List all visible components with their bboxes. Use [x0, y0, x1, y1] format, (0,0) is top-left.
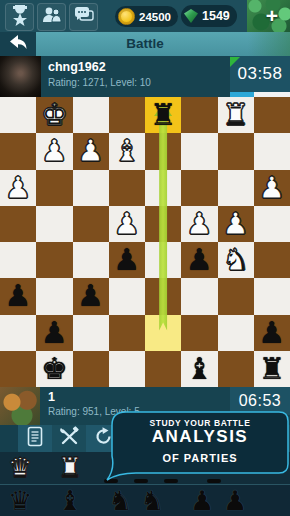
friends-button[interactable] — [37, 3, 66, 31]
square-a3[interactable]: ♟ — [0, 278, 36, 314]
square-e8[interactable]: ♜ — [145, 97, 181, 133]
gem-icon — [184, 9, 198, 23]
square-b7[interactable]: ♟ — [36, 133, 72, 169]
square-h8[interactable] — [254, 97, 290, 133]
back-icon — [8, 34, 28, 54]
square-c4[interactable] — [73, 242, 109, 278]
square-b2[interactable]: ♟ — [36, 315, 72, 351]
square-g5[interactable]: ♟ — [218, 206, 254, 242]
gems-pill[interactable]: 1549 — [181, 5, 237, 27]
piece-black-pawn: ♟ — [41, 315, 68, 351]
coins-pill[interactable]: 24500 — [115, 6, 178, 27]
captured-black-pawn: ♟ — [190, 485, 214, 516]
tools-icon — [59, 426, 80, 451]
square-c6[interactable] — [73, 170, 109, 206]
square-a4[interactable] — [0, 242, 36, 278]
square-b6[interactable] — [36, 170, 72, 206]
add-currency-button[interactable]: + — [258, 3, 286, 29]
square-d8[interactable] — [109, 97, 145, 133]
square-h2[interactable]: ♟ — [254, 315, 290, 351]
square-f5[interactable]: ♟ — [181, 206, 217, 242]
square-b8[interactable]: ♚ — [36, 97, 72, 133]
square-a7[interactable] — [0, 133, 36, 169]
captured-black-queen: ♛ — [8, 485, 32, 516]
piece-black-pawn: ♟ — [77, 278, 104, 314]
square-f6[interactable] — [181, 170, 217, 206]
square-h3[interactable] — [254, 278, 290, 314]
chat-icon — [73, 5, 95, 29]
opponent-avatar[interactable] — [0, 56, 41, 97]
square-d2[interactable] — [109, 315, 145, 351]
square-h7[interactable] — [254, 133, 290, 169]
coin-icon — [118, 8, 135, 25]
square-c5[interactable] — [73, 206, 109, 242]
moves-list-button[interactable] — [18, 425, 52, 452]
square-a6[interactable]: ♟ — [0, 170, 36, 206]
captured-white-queen: ♛ — [8, 452, 32, 484]
piece-white-pawn: ♟ — [41, 133, 68, 169]
square-b5[interactable] — [36, 206, 72, 242]
piece-white-pawn: ♟ — [258, 170, 285, 206]
page-title: Battle — [36, 32, 254, 56]
turn-indicator — [230, 57, 240, 67]
square-d1[interactable] — [109, 351, 145, 387]
captured-black-row: ♛♝♞♞♟♟ — [0, 484, 290, 516]
square-f7[interactable] — [181, 133, 217, 169]
piece-black-pawn: ♟ — [258, 315, 285, 351]
toolbar-edge — [0, 425, 18, 452]
square-e1[interactable] — [145, 351, 181, 387]
gems-amount: 1549 — [202, 9, 230, 23]
player-name: 1 — [48, 390, 55, 404]
piece-white-king: ♚ — [41, 97, 68, 133]
square-g8[interactable]: ♜ — [218, 97, 254, 133]
board: ♚♜♜♟♟♝♟♟♟♟♟♟♟♞♟♟♟♟♚♝♜ — [0, 97, 290, 387]
square-b3[interactable] — [36, 278, 72, 314]
square-d4[interactable]: ♟ — [109, 242, 145, 278]
square-a1[interactable] — [0, 351, 36, 387]
popup-line3: OF PARTIES — [114, 452, 286, 464]
piece-white-pawn: ♟ — [222, 206, 249, 242]
captured-white-rook: ♜ — [58, 452, 82, 484]
piece-white-knight: ♞ — [222, 242, 249, 278]
piece-white-pawn: ♟ — [186, 206, 213, 242]
captured-black-knight: ♞ — [108, 485, 132, 516]
square-d6[interactable] — [109, 170, 145, 206]
player-avatar[interactable] — [0, 387, 40, 425]
square-h4[interactable] — [254, 242, 290, 278]
coins-amount: 24500 — [139, 11, 171, 23]
header-tint — [248, 32, 290, 56]
chess-app: 24500 1549 + Battle chng1962 Rating: 127… — [0, 0, 290, 516]
opponent-details: Rating: 1271, Level: 10 — [48, 77, 151, 88]
opponent-name: chng1962 — [48, 60, 106, 74]
piece-black-rook: ♜ — [150, 97, 177, 133]
piece-black-rook: ♜ — [258, 351, 285, 387]
square-d3[interactable] — [109, 278, 145, 314]
promo-popup[interactable]: STUDY YOUR BATTLE ANALYSIS OF PARTIES — [106, 411, 290, 481]
square-a5[interactable] — [0, 206, 36, 242]
square-c8[interactable] — [73, 97, 109, 133]
square-c7[interactable]: ♟ — [73, 133, 109, 169]
popup-line2: ANALYSIS — [114, 427, 286, 447]
square-g1[interactable] — [218, 351, 254, 387]
achievements-button[interactable] — [5, 3, 34, 31]
square-h5[interactable] — [254, 206, 290, 242]
piece-black-bishop: ♝ — [186, 351, 213, 387]
square-a2[interactable] — [0, 315, 36, 351]
square-b4[interactable] — [36, 242, 72, 278]
square-f4[interactable]: ♟ — [181, 242, 217, 278]
square-d7[interactable]: ♝ — [109, 133, 145, 169]
square-g6[interactable] — [218, 170, 254, 206]
square-f1[interactable]: ♝ — [181, 351, 217, 387]
square-b1[interactable]: ♚ — [36, 351, 72, 387]
captured-black-knight: ♞ — [140, 485, 164, 516]
friends-icon — [41, 5, 63, 29]
piece-black-pawn: ♟ — [113, 242, 140, 278]
square-f2[interactable] — [181, 315, 217, 351]
piece-black-pawn: ♟ — [5, 278, 32, 314]
square-h6[interactable]: ♟ — [254, 170, 290, 206]
square-c3[interactable]: ♟ — [73, 278, 109, 314]
top-bar: 24500 1549 + — [0, 0, 290, 32]
medal-icon — [10, 4, 30, 30]
piece-black-pawn: ♟ — [186, 242, 213, 278]
tools-button[interactable] — [52, 425, 86, 452]
captured-black-pawn: ♟ — [223, 485, 247, 516]
back-button[interactable] — [0, 32, 36, 56]
captured-black-bishop: ♝ — [58, 485, 82, 516]
square-c1[interactable] — [73, 351, 109, 387]
piece-white-rook: ♜ — [222, 97, 249, 133]
piece-black-king: ♚ — [41, 351, 68, 387]
square-g3[interactable] — [218, 278, 254, 314]
square-a8[interactable] — [0, 97, 36, 133]
piece-white-pawn: ♟ — [5, 170, 32, 206]
piece-white-pawn: ♟ — [77, 133, 104, 169]
piece-white-pawn: ♟ — [113, 206, 140, 242]
square-h1[interactable]: ♜ — [254, 351, 290, 387]
moves-list-icon — [26, 426, 44, 451]
square-g4[interactable]: ♞ — [218, 242, 254, 278]
square-c2[interactable] — [73, 315, 109, 351]
square-g2[interactable] — [218, 315, 254, 351]
chat-button[interactable] — [69, 3, 98, 31]
piece-white-bishop: ♝ — [113, 133, 140, 169]
square-g7[interactable] — [218, 133, 254, 169]
square-d5[interactable]: ♟ — [109, 206, 145, 242]
square-f3[interactable] — [181, 278, 217, 314]
square-f8[interactable] — [181, 97, 217, 133]
